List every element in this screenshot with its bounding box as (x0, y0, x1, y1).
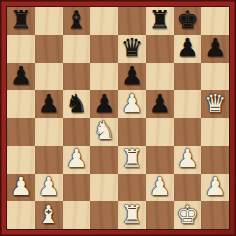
white-pawn[interactable]: ♟ (176, 146, 198, 171)
black-knight[interactable]: ♞ (65, 91, 87, 116)
white-knight[interactable]: ♞ (93, 118, 115, 143)
square-d6[interactable] (90, 63, 118, 91)
square-h6[interactable] (201, 63, 229, 91)
square-h7[interactable]: ♟ (201, 35, 229, 63)
square-d4[interactable]: ♞ (90, 118, 118, 146)
square-e7[interactable]: ♛ (118, 35, 146, 63)
square-e3[interactable]: ♜ (118, 146, 146, 174)
black-pawn[interactable]: ♟ (121, 63, 143, 88)
square-a5[interactable] (7, 90, 35, 118)
square-e5[interactable]: ♟ (118, 90, 146, 118)
white-bishop[interactable]: ♝ (37, 202, 59, 227)
square-c4[interactable] (63, 118, 91, 146)
square-b4[interactable] (35, 118, 63, 146)
square-b1[interactable]: ♝ (35, 201, 63, 229)
square-f2[interactable]: ♟ (146, 174, 174, 202)
square-d8[interactable] (90, 7, 118, 35)
square-d3[interactable] (90, 146, 118, 174)
square-f4[interactable] (146, 118, 174, 146)
square-e6[interactable]: ♟ (118, 63, 146, 91)
square-b5[interactable]: ♟ (35, 90, 63, 118)
white-pawn[interactable]: ♟ (204, 174, 226, 199)
white-pawn[interactable]: ♟ (37, 174, 59, 199)
white-pawn[interactable]: ♟ (10, 174, 32, 199)
square-f1[interactable] (146, 201, 174, 229)
square-g4[interactable] (174, 118, 202, 146)
square-a4[interactable] (7, 118, 35, 146)
square-d2[interactable] (90, 174, 118, 202)
square-h2[interactable]: ♟ (201, 174, 229, 202)
square-a1[interactable] (7, 201, 35, 229)
white-pawn[interactable]: ♟ (148, 174, 170, 199)
black-rook[interactable]: ♜ (148, 7, 170, 32)
black-pawn[interactable]: ♟ (176, 35, 198, 60)
square-f7[interactable] (146, 35, 174, 63)
square-g8[interactable]: ♚ (174, 7, 202, 35)
square-g7[interactable]: ♟ (174, 35, 202, 63)
square-b6[interactable] (35, 63, 63, 91)
square-f8[interactable]: ♜ (146, 7, 174, 35)
square-b3[interactable] (35, 146, 63, 174)
board-frame: ♜♝♜♚♛♟♟♟♟♟♞♟♟♟♛♞♟♜♟♟♟♟♟♝♜♚ (0, 0, 236, 236)
square-a3[interactable] (7, 146, 35, 174)
square-h1[interactable] (201, 201, 229, 229)
square-f5[interactable]: ♟ (146, 90, 174, 118)
black-pawn[interactable]: ♟ (10, 63, 32, 88)
square-a8[interactable]: ♜ (7, 7, 35, 35)
black-pawn[interactable]: ♟ (93, 91, 115, 116)
square-a2[interactable]: ♟ (7, 174, 35, 202)
white-rook[interactable]: ♜ (121, 202, 143, 227)
square-c2[interactable] (63, 174, 91, 202)
black-queen[interactable]: ♛ (121, 35, 143, 60)
square-d7[interactable] (90, 35, 118, 63)
white-king[interactable]: ♚ (176, 202, 198, 227)
white-rook[interactable]: ♜ (121, 146, 143, 171)
white-queen[interactable]: ♛ (204, 91, 226, 116)
white-pawn[interactable]: ♟ (65, 146, 87, 171)
square-a7[interactable] (7, 35, 35, 63)
black-king[interactable]: ♚ (176, 7, 198, 32)
square-g1[interactable]: ♚ (174, 201, 202, 229)
square-e2[interactable] (118, 174, 146, 202)
square-c1[interactable] (63, 201, 91, 229)
square-c3[interactable]: ♟ (63, 146, 91, 174)
square-e1[interactable]: ♜ (118, 201, 146, 229)
square-e4[interactable] (118, 118, 146, 146)
square-f3[interactable] (146, 146, 174, 174)
square-d5[interactable]: ♟ (90, 90, 118, 118)
square-g3[interactable]: ♟ (174, 146, 202, 174)
black-pawn[interactable]: ♟ (204, 35, 226, 60)
square-f6[interactable] (146, 63, 174, 91)
square-c6[interactable] (63, 63, 91, 91)
square-c7[interactable] (63, 35, 91, 63)
square-c8[interactable]: ♝ (63, 7, 91, 35)
white-pawn[interactable]: ♟ (121, 91, 143, 116)
black-pawn[interactable]: ♟ (148, 91, 170, 116)
square-h3[interactable] (201, 146, 229, 174)
square-e8[interactable] (118, 7, 146, 35)
square-d1[interactable] (90, 201, 118, 229)
square-b7[interactable] (35, 35, 63, 63)
square-h8[interactable] (201, 7, 229, 35)
square-b2[interactable]: ♟ (35, 174, 63, 202)
square-h4[interactable] (201, 118, 229, 146)
black-pawn[interactable]: ♟ (37, 91, 59, 116)
square-g2[interactable] (174, 174, 202, 202)
chess-board: ♜♝♜♚♛♟♟♟♟♟♞♟♟♟♛♞♟♜♟♟♟♟♟♝♜♚ (7, 7, 229, 229)
square-a6[interactable]: ♟ (7, 63, 35, 91)
black-rook[interactable]: ♜ (10, 7, 32, 32)
square-b8[interactable] (35, 7, 63, 35)
square-g6[interactable] (174, 63, 202, 91)
black-bishop[interactable]: ♝ (65, 7, 87, 32)
square-h5[interactable]: ♛ (201, 90, 229, 118)
square-g5[interactable] (174, 90, 202, 118)
square-c5[interactable]: ♞ (63, 90, 91, 118)
